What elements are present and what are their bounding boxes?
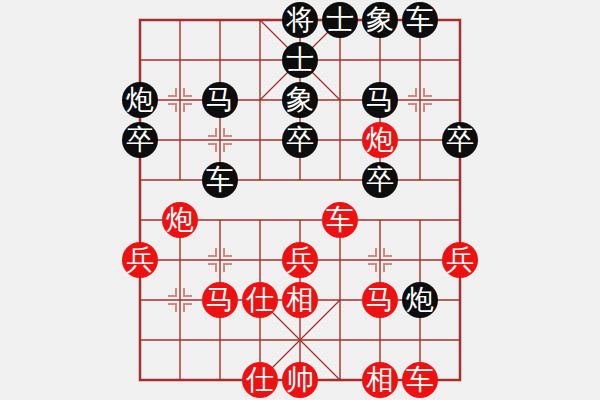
board-point: 马 (200, 280, 240, 320)
board-point: 炮 (400, 280, 440, 320)
piece-red-advisor[interactable]: 仕 (242, 282, 278, 318)
board-point: 士 (280, 40, 320, 80)
piece-red-horse[interactable]: 马 (362, 282, 398, 318)
board-point: 象 (280, 80, 320, 120)
xiangqi-board[interactable]: 将士象车士炮马象马卒卒炮卒车卒炮车兵兵兵马仕相马炮仕帅相车 (120, 0, 480, 400)
piece-red-general[interactable]: 帅 (282, 362, 318, 398)
piece-black-cannon[interactable]: 炮 (402, 282, 438, 318)
board-point: 相 (280, 280, 320, 320)
board-point: 炮 (360, 120, 400, 160)
board-point: 帅 (280, 360, 320, 400)
board-point: 马 (360, 280, 400, 320)
board-point: 卒 (280, 120, 320, 160)
board-point: 车 (200, 160, 240, 200)
piece-red-soldier[interactable]: 兵 (282, 242, 318, 278)
board-point: 车 (400, 360, 440, 400)
piece-red-cannon[interactable]: 炮 (162, 202, 198, 238)
board-point: 车 (400, 0, 440, 40)
piece-black-soldier[interactable]: 卒 (282, 122, 318, 158)
board-point: 卒 (360, 160, 400, 200)
board-point: 兵 (280, 240, 320, 280)
piece-black-elephant[interactable]: 象 (362, 2, 398, 38)
board-point: 仕 (240, 360, 280, 400)
piece-black-cannon[interactable]: 炮 (122, 82, 158, 118)
board-point: 卒 (440, 120, 480, 160)
board-point: 士 (320, 0, 360, 40)
board-point: 将 (280, 0, 320, 40)
board-point: 车 (320, 200, 360, 240)
piece-black-chariot[interactable]: 车 (202, 162, 238, 198)
piece-red-advisor[interactable]: 仕 (242, 362, 278, 398)
board-point: 兵 (440, 240, 480, 280)
piece-black-elephant[interactable]: 象 (282, 82, 318, 118)
board-point: 仕 (240, 280, 280, 320)
piece-red-cannon[interactable]: 炮 (362, 122, 398, 158)
piece-red-elephant[interactable]: 相 (282, 282, 318, 318)
board-point: 象 (360, 0, 400, 40)
board-point: 卒 (120, 120, 160, 160)
board-point: 马 (200, 80, 240, 120)
piece-red-soldier[interactable]: 兵 (442, 242, 478, 278)
board-point: 兵 (120, 240, 160, 280)
piece-red-soldier[interactable]: 兵 (122, 242, 158, 278)
board-point: 相 (360, 360, 400, 400)
piece-black-soldier[interactable]: 卒 (122, 122, 158, 158)
piece-black-advisor[interactable]: 士 (282, 42, 318, 78)
piece-red-horse[interactable]: 马 (202, 282, 238, 318)
board-point: 炮 (120, 80, 160, 120)
piece-black-soldier[interactable]: 卒 (442, 122, 478, 158)
piece-black-advisor[interactable]: 士 (322, 2, 358, 38)
piece-black-chariot[interactable]: 车 (402, 2, 438, 38)
piece-black-horse[interactable]: 马 (202, 82, 238, 118)
piece-black-general[interactable]: 将 (282, 2, 318, 38)
piece-red-elephant[interactable]: 相 (362, 362, 398, 398)
piece-black-soldier[interactable]: 卒 (362, 162, 398, 198)
piece-red-chariot[interactable]: 车 (402, 362, 438, 398)
board-point: 马 (360, 80, 400, 120)
xiangqi-app: 将士象车士炮马象马卒卒炮卒车卒炮车兵兵兵马仕相马炮仕帅相车 (0, 0, 600, 400)
piece-black-horse[interactable]: 马 (362, 82, 398, 118)
board-point: 炮 (160, 200, 200, 240)
piece-red-chariot[interactable]: 车 (322, 202, 358, 238)
